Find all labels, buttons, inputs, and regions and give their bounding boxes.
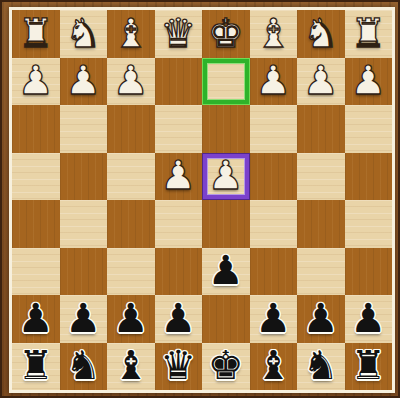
square-e2[interactable] xyxy=(202,58,250,106)
piece-black-rook[interactable]: ♜ xyxy=(350,345,386,385)
square-a8[interactable]: ♜ xyxy=(12,343,60,391)
square-d1[interactable]: ♛ xyxy=(155,10,203,58)
piece-white-bishop[interactable]: ♝ xyxy=(255,13,291,53)
piece-white-rook[interactable]: ♜ xyxy=(18,13,54,53)
square-a4[interactable] xyxy=(12,153,60,201)
square-e6[interactable]: ♟ xyxy=(202,248,250,296)
square-a2[interactable]: ♟ xyxy=(12,58,60,106)
piece-black-queen[interactable]: ♛ xyxy=(160,345,196,385)
square-a3[interactable] xyxy=(12,105,60,153)
square-c2[interactable]: ♟ xyxy=(107,58,155,106)
square-c4[interactable] xyxy=(107,153,155,201)
chess-board[interactable]: ♜♞♝♛♚♝♞♜♟♟♟♟♟♟♟♟♟♟♟♟♟♟♟♟♜♞♝♛♚♝♞♜ xyxy=(12,10,392,390)
square-f8[interactable]: ♝ xyxy=(250,343,298,391)
square-g6[interactable] xyxy=(297,248,345,296)
square-d8[interactable]: ♛ xyxy=(155,343,203,391)
square-c7[interactable]: ♟ xyxy=(107,295,155,343)
square-f3[interactable] xyxy=(250,105,298,153)
piece-black-pawn[interactable]: ♟ xyxy=(18,298,54,338)
square-a5[interactable] xyxy=(12,200,60,248)
square-c1[interactable]: ♝ xyxy=(107,10,155,58)
square-g8[interactable]: ♞ xyxy=(297,343,345,391)
square-e4[interactable]: ♟ xyxy=(202,153,250,201)
square-d7[interactable]: ♟ xyxy=(155,295,203,343)
piece-white-pawn[interactable]: ♟ xyxy=(255,60,291,100)
piece-white-pawn[interactable]: ♟ xyxy=(65,60,101,100)
piece-black-king[interactable]: ♚ xyxy=(208,345,244,385)
piece-black-pawn[interactable]: ♟ xyxy=(65,298,101,338)
square-d4[interactable]: ♟ xyxy=(155,153,203,201)
square-f6[interactable] xyxy=(250,248,298,296)
square-e8[interactable]: ♚ xyxy=(202,343,250,391)
square-h5[interactable] xyxy=(345,200,393,248)
piece-white-pawn[interactable]: ♟ xyxy=(18,60,54,100)
square-b4[interactable] xyxy=(60,153,108,201)
piece-white-knight[interactable]: ♞ xyxy=(303,13,339,53)
square-a7[interactable]: ♟ xyxy=(12,295,60,343)
square-g1[interactable]: ♞ xyxy=(297,10,345,58)
square-b8[interactable]: ♞ xyxy=(60,343,108,391)
piece-white-pawn[interactable]: ♟ xyxy=(303,60,339,100)
square-g7[interactable]: ♟ xyxy=(297,295,345,343)
square-h8[interactable]: ♜ xyxy=(345,343,393,391)
square-g2[interactable]: ♟ xyxy=(297,58,345,106)
square-d3[interactable] xyxy=(155,105,203,153)
piece-white-queen[interactable]: ♛ xyxy=(160,13,196,53)
piece-black-knight[interactable]: ♞ xyxy=(65,345,101,385)
piece-white-knight[interactable]: ♞ xyxy=(65,13,101,53)
piece-black-pawn[interactable]: ♟ xyxy=(113,298,149,338)
square-c6[interactable] xyxy=(107,248,155,296)
square-h4[interactable] xyxy=(345,153,393,201)
square-g3[interactable] xyxy=(297,105,345,153)
square-b5[interactable] xyxy=(60,200,108,248)
square-e7[interactable] xyxy=(202,295,250,343)
square-e3[interactable] xyxy=(202,105,250,153)
board-frame: ♜♞♝♛♚♝♞♜♟♟♟♟♟♟♟♟♟♟♟♟♟♟♟♟♜♞♝♛♚♝♞♜ xyxy=(9,7,395,393)
square-b3[interactable] xyxy=(60,105,108,153)
square-b1[interactable]: ♞ xyxy=(60,10,108,58)
piece-black-pawn[interactable]: ♟ xyxy=(350,298,386,338)
piece-black-pawn[interactable]: ♟ xyxy=(255,298,291,338)
square-e1[interactable]: ♚ xyxy=(202,10,250,58)
piece-white-bishop[interactable]: ♝ xyxy=(113,13,149,53)
piece-white-rook[interactable]: ♜ xyxy=(350,13,386,53)
square-f4[interactable] xyxy=(250,153,298,201)
square-h6[interactable] xyxy=(345,248,393,296)
square-h3[interactable] xyxy=(345,105,393,153)
piece-white-king[interactable]: ♚ xyxy=(208,13,244,53)
piece-black-rook[interactable]: ♜ xyxy=(18,345,54,385)
piece-white-pawn[interactable]: ♟ xyxy=(113,60,149,100)
chess-app-window: ♜♞♝♛♚♝♞♜♟♟♟♟♟♟♟♟♟♟♟♟♟♟♟♟♜♞♝♛♚♝♞♜ xyxy=(0,0,400,398)
square-b6[interactable] xyxy=(60,248,108,296)
square-g5[interactable] xyxy=(297,200,345,248)
square-c8[interactable]: ♝ xyxy=(107,343,155,391)
square-f1[interactable]: ♝ xyxy=(250,10,298,58)
square-f5[interactable] xyxy=(250,200,298,248)
piece-white-pawn[interactable]: ♟ xyxy=(350,60,386,100)
square-h2[interactable]: ♟ xyxy=(345,58,393,106)
square-c5[interactable] xyxy=(107,200,155,248)
square-a1[interactable]: ♜ xyxy=(12,10,60,58)
square-a6[interactable] xyxy=(12,248,60,296)
piece-white-pawn[interactable]: ♟ xyxy=(160,155,196,195)
square-f7[interactable]: ♟ xyxy=(250,295,298,343)
piece-black-pawn[interactable]: ♟ xyxy=(303,298,339,338)
square-c3[interactable] xyxy=(107,105,155,153)
piece-black-bishop[interactable]: ♝ xyxy=(255,345,291,385)
square-d5[interactable] xyxy=(155,200,203,248)
square-f2[interactable]: ♟ xyxy=(250,58,298,106)
piece-black-pawn[interactable]: ♟ xyxy=(208,250,244,290)
square-e5[interactable] xyxy=(202,200,250,248)
square-d2[interactable] xyxy=(155,58,203,106)
piece-black-bishop[interactable]: ♝ xyxy=(113,345,149,385)
square-b2[interactable]: ♟ xyxy=(60,58,108,106)
square-h7[interactable]: ♟ xyxy=(345,295,393,343)
square-g4[interactable] xyxy=(297,153,345,201)
piece-white-pawn[interactable]: ♟ xyxy=(208,155,244,195)
piece-black-pawn[interactable]: ♟ xyxy=(160,298,196,338)
square-h1[interactable]: ♜ xyxy=(345,10,393,58)
square-b7[interactable]: ♟ xyxy=(60,295,108,343)
piece-black-knight[interactable]: ♞ xyxy=(303,345,339,385)
square-d6[interactable] xyxy=(155,248,203,296)
